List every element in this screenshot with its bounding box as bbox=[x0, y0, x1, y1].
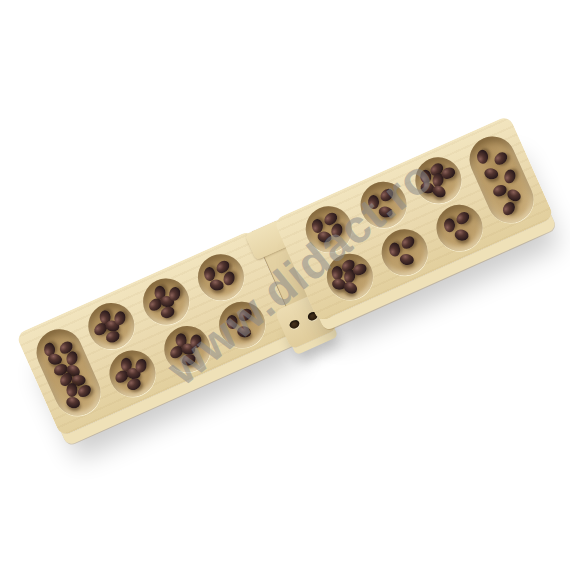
pit-back-1[interactable] bbox=[81, 296, 142, 357]
seed bbox=[483, 167, 499, 181]
seed bbox=[491, 183, 508, 198]
pit-front-1[interactable] bbox=[102, 343, 163, 404]
seed bbox=[167, 285, 181, 301]
seed bbox=[66, 383, 77, 397]
seed bbox=[125, 376, 142, 391]
seed bbox=[454, 209, 472, 226]
seed bbox=[104, 329, 121, 344]
seed bbox=[65, 395, 81, 409]
seed bbox=[399, 252, 415, 266]
pit-back-2[interactable] bbox=[136, 271, 197, 332]
seed bbox=[492, 150, 510, 167]
seed bbox=[113, 310, 127, 326]
seed bbox=[500, 199, 517, 217]
seed bbox=[389, 242, 401, 257]
seed bbox=[476, 149, 488, 164]
seed bbox=[159, 304, 176, 319]
pit-front-6[interactable] bbox=[429, 197, 490, 258]
seed bbox=[399, 233, 417, 250]
product-photo-scene: www.didact.ro bbox=[0, 0, 570, 570]
seed bbox=[453, 228, 469, 242]
seed bbox=[503, 168, 517, 184]
seed bbox=[443, 217, 455, 232]
seed bbox=[134, 357, 148, 373]
hinge-hole bbox=[288, 319, 300, 330]
seed bbox=[209, 278, 225, 292]
